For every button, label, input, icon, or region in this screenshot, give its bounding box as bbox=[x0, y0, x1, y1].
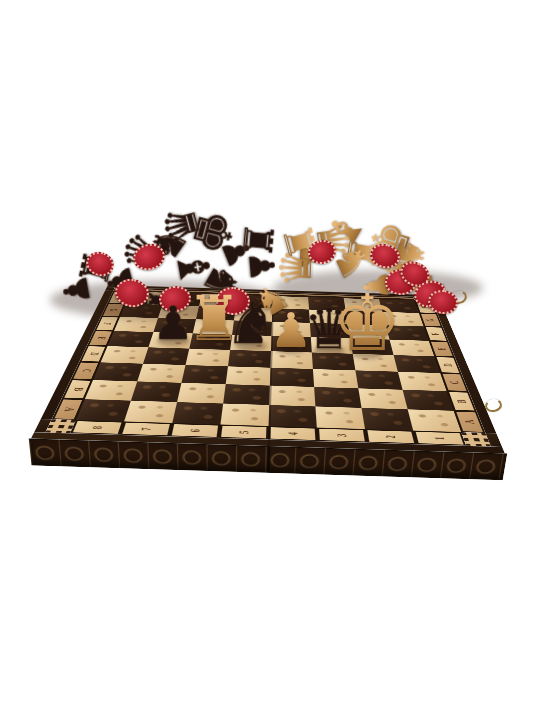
label-text: F bbox=[100, 322, 114, 325]
square-b6[interactable] bbox=[177, 383, 226, 404]
label-text: C bbox=[78, 369, 94, 373]
label-text: 5 bbox=[236, 430, 253, 434]
square-b7[interactable] bbox=[131, 381, 182, 402]
square-a5[interactable] bbox=[220, 404, 269, 427]
label-text: E bbox=[434, 347, 449, 350]
square-c2[interactable] bbox=[355, 370, 402, 389]
rank-label-5: 5 bbox=[221, 426, 266, 439]
label-text: F bbox=[429, 332, 443, 335]
square-c3[interactable] bbox=[313, 369, 358, 388]
rank-label-2: 2 bbox=[367, 430, 414, 443]
square-a1[interactable] bbox=[408, 409, 462, 432]
square-b1[interactable] bbox=[403, 390, 454, 411]
square-c5[interactable] bbox=[226, 366, 271, 385]
label-text: 6 bbox=[187, 429, 204, 433]
square-a8[interactable] bbox=[76, 399, 131, 421]
label-text: 2 bbox=[382, 435, 399, 439]
square-c7[interactable] bbox=[137, 364, 185, 383]
label-text: 3 bbox=[333, 433, 350, 437]
square-d8[interactable] bbox=[101, 346, 149, 364]
square-d7[interactable] bbox=[143, 347, 189, 365]
label-text: E bbox=[93, 336, 108, 339]
rank-label-1: 1 bbox=[416, 432, 464, 445]
black-pawn-lying[interactable]: ♟ bbox=[57, 272, 96, 308]
square-a7[interactable] bbox=[124, 401, 177, 423]
label-text: A bbox=[60, 407, 78, 412]
chess-set-photo: HGFEDCBA HGFEDCBA 87654321 ♜♟♛♚♞♟♝♟♜♝♞♟♛… bbox=[0, 0, 540, 720]
square-c1[interactable] bbox=[398, 372, 447, 391]
label-text: 1 bbox=[431, 436, 449, 440]
square-b8[interactable] bbox=[85, 380, 137, 401]
square-c6[interactable] bbox=[181, 365, 228, 384]
square-b5[interactable] bbox=[223, 384, 270, 405]
rank-label-3: 3 bbox=[319, 429, 365, 442]
label-text: A bbox=[460, 419, 478, 424]
white-king-standing[interactable]: ♚ bbox=[332, 284, 402, 362]
square-b4[interactable] bbox=[269, 386, 315, 407]
square-c8[interactable] bbox=[93, 362, 143, 381]
label-text: B bbox=[69, 387, 86, 391]
square-a6[interactable] bbox=[172, 402, 223, 425]
square-e8[interactable] bbox=[108, 331, 154, 347]
square-a4[interactable] bbox=[269, 405, 317, 428]
box-hinge-seam bbox=[267, 447, 270, 473]
square-b2[interactable] bbox=[358, 388, 407, 409]
square-a2[interactable] bbox=[362, 408, 414, 431]
label-text: D bbox=[440, 363, 455, 367]
square-c4[interactable] bbox=[270, 368, 314, 387]
square-b3[interactable] bbox=[314, 387, 361, 408]
label-text: C bbox=[446, 380, 462, 384]
label-text: 7 bbox=[138, 427, 156, 431]
square-a3[interactable] bbox=[315, 406, 365, 429]
rank-label-8: 8 bbox=[73, 421, 122, 434]
label-text: G bbox=[424, 318, 438, 321]
label-text: D bbox=[86, 352, 102, 356]
rank-label-4: 4 bbox=[270, 427, 315, 440]
rank-label-6: 6 bbox=[172, 424, 218, 437]
label-text: 4 bbox=[285, 432, 302, 436]
rank-label-7: 7 bbox=[122, 423, 170, 436]
label-text: B bbox=[453, 399, 470, 403]
label-text: 8 bbox=[89, 426, 107, 430]
